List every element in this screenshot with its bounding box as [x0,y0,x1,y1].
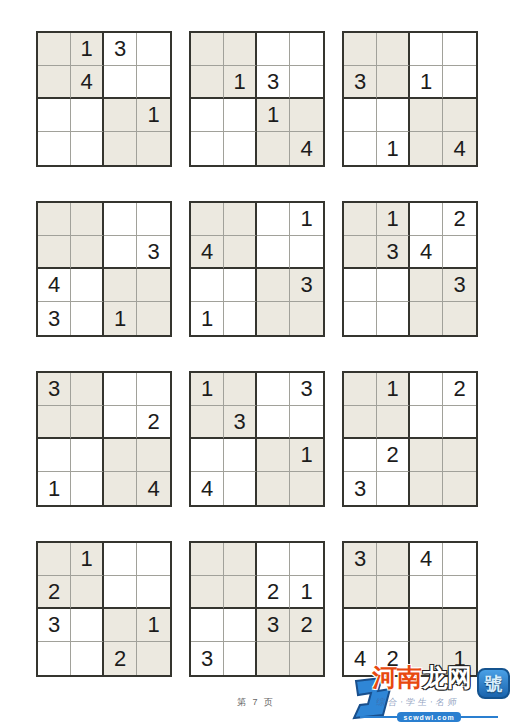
ribbon-line-left [360,716,397,718]
cell-r2c2 [377,406,410,439]
cell-r4c3 [257,302,290,335]
cell-r4c4 [443,302,476,335]
cell-r2c4 [443,406,476,439]
cell-r1c2 [224,203,257,236]
cell-r3c2 [224,269,257,302]
cell-r4c4 [137,302,170,335]
cell-r3c1 [191,269,224,302]
cell-r1c1 [344,33,377,66]
cell-r3c2 [377,609,410,642]
cell-r3c4: 2 [290,609,323,642]
cell-r4c1: 1 [38,472,71,505]
cell-r4c1 [191,132,224,165]
cell-r2c4: 2 [137,406,170,439]
cell-r1c1: 1 [191,373,224,406]
cell-r1c3 [257,543,290,576]
cell-r2c1 [38,66,71,99]
cell-r2c4: 3 [137,236,170,269]
sudoku-board-7: 3214 [36,371,172,507]
cell-r2c2: 4 [71,66,104,99]
cell-r2c2 [224,236,257,269]
cell-r2c4 [443,236,476,269]
cell-r4c1 [344,302,377,335]
sudoku-board-3: 3114 [342,31,478,167]
cell-r3c3 [410,269,443,302]
cell-r2c2: 1 [224,66,257,99]
cell-r3c2 [71,609,104,642]
cell-r4c3 [410,472,443,505]
cell-r3c2: 2 [377,439,410,472]
cell-r2c1 [38,236,71,269]
cell-r4c1 [38,642,71,675]
cell-r2c1 [191,406,224,439]
cell-r1c4 [443,543,476,576]
cell-r2c4 [137,66,170,99]
cell-r4c1: 3 [191,642,224,675]
cell-r3c4 [443,609,476,642]
cell-r2c3: 2 [257,576,290,609]
cell-r3c3: 3 [257,609,290,642]
cell-r1c1 [38,543,71,576]
cell-r4c3 [410,132,443,165]
cell-r1c1 [191,33,224,66]
cell-r3c1 [344,99,377,132]
cell-r1c3 [410,33,443,66]
cell-r4c2 [224,642,257,675]
cell-r2c1 [191,66,224,99]
watermark-tagline: 综合·学生·名师 [375,696,461,709]
cell-r2c3 [257,236,290,269]
cell-r1c2 [224,543,257,576]
cell-r4c4 [137,132,170,165]
cell-r1c1 [191,543,224,576]
cell-r1c2 [224,33,257,66]
cell-r2c2 [377,66,410,99]
cell-r2c2 [71,236,104,269]
cell-r3c1 [38,99,71,132]
cell-r2c1: 4 [191,236,224,269]
cell-r1c2 [377,543,410,576]
cell-r2c2: 3 [377,236,410,269]
cell-r2c1: 2 [38,576,71,609]
cell-r4c2 [224,132,257,165]
cell-r4c3 [257,472,290,505]
cell-r4c4: 4 [290,132,323,165]
cell-r4c1: 4 [191,472,224,505]
cell-r1c4: 2 [443,373,476,406]
sudoku-board-1: 1341 [36,31,172,167]
cell-r1c2 [71,203,104,236]
cell-r1c1 [344,373,377,406]
cell-r2c3 [104,236,137,269]
cell-r2c2 [224,576,257,609]
cell-r3c3: 1 [257,99,290,132]
cell-r4c1 [38,132,71,165]
cell-r4c4 [290,302,323,335]
cell-r4c1: 1 [191,302,224,335]
cell-r4c1: 3 [344,472,377,505]
cell-r2c1 [344,576,377,609]
cell-r2c3 [257,406,290,439]
cell-r2c3 [104,576,137,609]
cell-r3c1 [38,439,71,472]
cell-r2c3 [104,66,137,99]
cell-r1c1 [38,203,71,236]
cell-r2c4 [443,576,476,609]
cell-r1c3: 4 [410,543,443,576]
cell-r3c2 [224,99,257,132]
cell-r3c3 [104,609,137,642]
cell-r3c2 [71,99,104,132]
cell-r1c4 [137,203,170,236]
cell-r2c1 [38,406,71,439]
site-watermark: 河南龙网 號 综合·学生·名师 scwdwl.com [352,663,512,723]
cell-r2c3: 1 [410,66,443,99]
cell-r1c3 [257,33,290,66]
cell-r3c4 [137,269,170,302]
cell-r1c2: 1 [377,203,410,236]
cell-r3c1 [191,439,224,472]
cell-r1c4 [137,373,170,406]
cell-r1c3: 3 [104,33,137,66]
cell-r2c4 [443,66,476,99]
cell-r3c1 [344,269,377,302]
cell-r2c2: 3 [224,406,257,439]
cell-r4c4 [137,642,170,675]
cell-r4c4: 4 [443,132,476,165]
watermark-site-ribbon: scwdwl.com [360,712,498,722]
sudoku-board-9: 1223 [342,371,478,507]
cell-r4c4: 4 [137,472,170,505]
cell-r3c3 [257,439,290,472]
watermark-title: 河南龙网 [372,663,472,693]
cell-r3c4 [290,99,323,132]
cell-r2c4: 1 [290,576,323,609]
cell-r1c2: 1 [71,33,104,66]
cell-r3c3 [257,269,290,302]
cell-r1c1 [344,203,377,236]
ribbon-line-right [461,716,498,718]
cell-r3c2 [377,99,410,132]
cell-r1c4 [137,543,170,576]
cell-r3c4: 1 [137,609,170,642]
cell-r3c4: 1 [290,439,323,472]
cell-r3c1 [344,609,377,642]
cell-r1c4 [137,33,170,66]
cell-r4c1: 3 [38,302,71,335]
cell-r3c3 [104,439,137,472]
cell-r4c2 [71,472,104,505]
cell-r1c4: 1 [290,203,323,236]
cell-r4c3: 1 [104,302,137,335]
cell-r4c4 [290,472,323,505]
cell-r3c1 [191,609,224,642]
cell-r4c3 [257,642,290,675]
cell-r1c2: 1 [71,543,104,576]
cell-r3c1: 4 [38,269,71,302]
sudoku-board-5: 1431 [189,201,325,337]
cell-r2c1: 3 [344,66,377,99]
sudoku-board-12: 34421 [342,541,478,677]
cell-r1c4: 2 [443,203,476,236]
cell-r4c3 [257,132,290,165]
worksheet-page: 1341 1314 3114 3431 1431 12343 3214 1331… [0,0,512,724]
cell-r4c4 [443,472,476,505]
cell-r3c4: 3 [290,269,323,302]
cell-r1c4: 3 [290,373,323,406]
cell-r1c1: 3 [344,543,377,576]
cell-r4c3 [410,302,443,335]
cell-r1c2: 1 [377,373,410,406]
cell-r2c3 [104,406,137,439]
watermark-site-url: scwdwl.com [397,712,460,722]
cell-r1c4 [290,543,323,576]
cell-r2c1 [191,576,224,609]
cell-r1c4 [290,33,323,66]
cell-r4c2 [377,472,410,505]
cell-r1c2 [71,373,104,406]
watermark-badge-icon: 號 [477,668,510,699]
cell-r3c3 [104,269,137,302]
cell-r3c3 [410,439,443,472]
cell-r3c4 [443,99,476,132]
cell-r2c1 [344,236,377,269]
cell-r2c3 [410,576,443,609]
cell-r1c1 [191,203,224,236]
cell-r1c3 [257,203,290,236]
cell-r3c4 [137,439,170,472]
cell-r1c2 [224,373,257,406]
cell-r1c1 [38,33,71,66]
cell-r4c4 [290,642,323,675]
cell-r1c3 [410,373,443,406]
cell-r1c3 [104,543,137,576]
watermark-title-part2: 龙网 [422,663,472,692]
cell-r4c2 [224,302,257,335]
cell-r4c2 [71,642,104,675]
sudoku-board-10: 12312 [36,541,172,677]
cell-r3c4 [443,439,476,472]
cell-r2c2 [71,576,104,609]
cell-r3c2 [71,269,104,302]
cell-r1c3 [104,373,137,406]
watermark-title-part1: 河南 [372,663,422,692]
cell-r2c3: 3 [257,66,290,99]
cell-r3c1: 3 [38,609,71,642]
cell-r2c2 [71,406,104,439]
cell-r1c1: 3 [38,373,71,406]
sudoku-board-4: 3431 [36,201,172,337]
cell-r3c2 [224,609,257,642]
cell-r1c3 [104,203,137,236]
cell-r2c3 [410,406,443,439]
cell-r4c2 [71,132,104,165]
cell-r3c4: 1 [137,99,170,132]
cell-r4c2: 1 [377,132,410,165]
cell-r4c2 [71,302,104,335]
cell-r3c3 [104,99,137,132]
puzzle-grid-layout: 1341 1314 3114 3431 1431 12343 3214 1331… [36,31,478,677]
cell-r3c3 [410,609,443,642]
sudoku-board-2: 1314 [189,31,325,167]
cell-r3c1 [344,439,377,472]
cell-r2c3: 4 [410,236,443,269]
cell-r2c4 [137,576,170,609]
cell-r4c3 [104,472,137,505]
cell-r1c3 [410,203,443,236]
sudoku-board-11: 21323 [189,541,325,677]
cell-r3c3 [410,99,443,132]
cell-r2c4 [290,236,323,269]
sudoku-board-8: 13314 [189,371,325,507]
cell-r3c2 [71,439,104,472]
cell-r2c1 [344,406,377,439]
cell-r2c2 [377,576,410,609]
cell-r4c2 [224,472,257,505]
cell-r1c2 [377,33,410,66]
cell-r4c3: 2 [104,642,137,675]
cell-r3c4: 3 [443,269,476,302]
cell-r1c4 [443,33,476,66]
cell-r4c1 [344,132,377,165]
cell-r3c1 [191,99,224,132]
sudoku-board-6: 12343 [342,201,478,337]
cell-r2c4 [290,66,323,99]
cell-r4c2 [377,302,410,335]
cell-r4c3 [104,132,137,165]
cell-r2c4 [290,406,323,439]
cell-r1c3 [257,373,290,406]
cell-r3c2 [377,269,410,302]
cell-r3c2 [224,439,257,472]
